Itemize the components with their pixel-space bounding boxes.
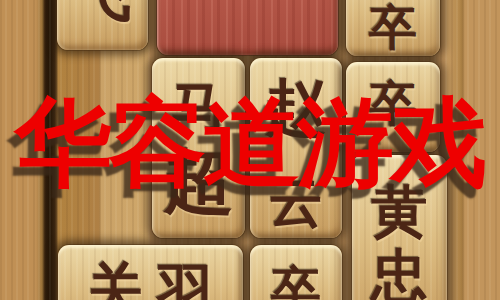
tile-soldier-top[interactable]: 卒 [346,0,440,56]
tile-caocao-red[interactable] [157,0,338,55]
tile-char-yun: 云 [269,175,323,229]
tile-char-fei: 飞 [74,0,132,23]
tile-char-zu: 卒 [271,265,321,300]
tile-zhangfei-bottom[interactable]: 飞 [57,0,148,50]
tile-guanyu[interactable]: 关 羽 [58,245,243,300]
tile-char-ma: 马 [172,80,226,134]
tile-machao[interactable]: 马 超 [152,58,245,238]
tile-char-zu: 卒 [369,4,417,52]
tile-char-yu: 羽 [158,262,214,300]
tile-char-zu: 卒 [369,80,417,128]
tile-soldier-bottom[interactable]: 卒 [250,245,342,300]
tile-huangzhong[interactable]: 黄 忠 [352,155,447,300]
tile-zhaoyun[interactable]: 赵 云 [250,58,342,238]
tile-char-zhao: 赵 [265,77,327,139]
tile-char-huang: 黄 [372,184,428,240]
tile-char-chao: 超 [164,146,234,216]
tile-char-guan: 关 [88,262,144,300]
tile-soldier-right[interactable]: 卒 [346,62,440,152]
tile-char-zhong: 忠 [372,248,428,300]
klotski-screenshot: 飞 卒 马 超 赵 云 卒 黄 忠 关 羽 卒 华容道游戏 [0,0,500,300]
